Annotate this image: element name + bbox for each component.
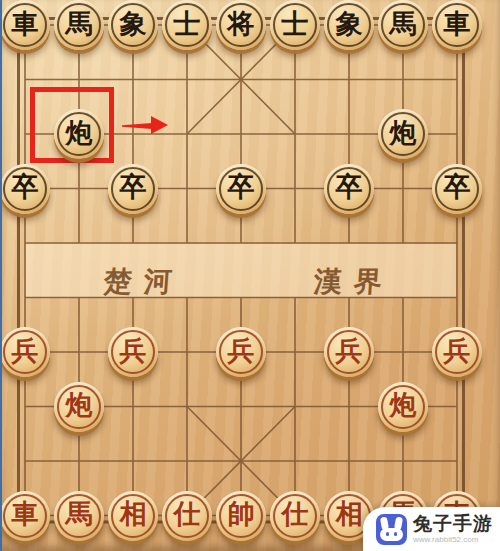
board-cell[interactable]: 兵 <box>214 325 268 380</box>
board-cell[interactable] <box>0 52 52 107</box>
board-cell[interactable] <box>52 434 106 489</box>
piece-black-士[interactable]: 士 <box>270 0 320 50</box>
piece-glyph: 馬 <box>390 11 417 38</box>
piece-red-兵[interactable]: 兵 <box>0 327 50 377</box>
board-cell[interactable]: 兵 <box>0 325 52 380</box>
board-cell[interactable] <box>106 270 160 325</box>
board-cell[interactable]: 兵 <box>322 325 376 380</box>
arrow-head <box>151 116 168 134</box>
board-cell[interactable] <box>106 216 160 271</box>
board-cell[interactable] <box>160 216 214 271</box>
board-cell[interactable] <box>376 325 430 380</box>
board-cell[interactable] <box>430 379 484 434</box>
board-cell[interactable] <box>268 107 322 162</box>
board-cell[interactable] <box>430 434 484 489</box>
board-cell[interactable] <box>430 216 484 271</box>
move-arrow-icon <box>122 114 170 136</box>
xiangqi-board: 楚河 漢界 車馬象士将士象馬車炮炮卒卒卒卒卒兵兵兵兵兵炮炮車馬相仕帥仕相馬車 兔… <box>0 0 500 551</box>
board-cell[interactable] <box>52 325 106 380</box>
piece-glyph: 帥 <box>228 501 255 528</box>
board-cell[interactable] <box>268 52 322 107</box>
piece-glyph: 仕 <box>174 501 201 528</box>
board-cell[interactable] <box>268 216 322 271</box>
board-cell[interactable]: 卒 <box>214 161 268 216</box>
board-cell[interactable] <box>214 379 268 434</box>
board-cell[interactable] <box>376 434 430 489</box>
board-cell[interactable] <box>322 107 376 162</box>
rabbit-icon <box>376 514 407 545</box>
board-cell[interactable]: 象 <box>106 0 160 52</box>
board-cell[interactable]: 炮 <box>52 379 106 434</box>
board-cell[interactable] <box>160 379 214 434</box>
board-cell[interactable]: 象 <box>322 0 376 52</box>
board-cell[interactable]: 士 <box>160 0 214 52</box>
piece-black-卒[interactable]: 卒 <box>324 164 374 214</box>
board-cell[interactable] <box>322 379 376 434</box>
board-cell[interactable] <box>160 434 214 489</box>
piece-black-炮[interactable]: 炮 <box>54 109 104 159</box>
board-cell[interactable]: 卒 <box>0 161 52 216</box>
board-cell[interactable] <box>268 270 322 325</box>
piece-glyph: 車 <box>12 501 39 528</box>
piece-glyph: 卒 <box>12 174 39 201</box>
board-cell[interactable] <box>268 325 322 380</box>
watermark-title: 兔子手游 <box>413 514 493 533</box>
board-cell[interactable] <box>268 379 322 434</box>
board-cell[interactable]: 卒 <box>322 161 376 216</box>
piece-glyph: 士 <box>282 11 309 38</box>
piece-glyph: 相 <box>120 501 147 528</box>
board-cell[interactable] <box>268 161 322 216</box>
board-cell[interactable]: 車 <box>430 0 484 52</box>
piece-glyph: 卒 <box>228 174 255 201</box>
board-cell[interactable] <box>106 434 160 489</box>
board-cell[interactable] <box>160 325 214 380</box>
piece-glyph: 馬 <box>66 11 93 38</box>
piece-glyph: 兵 <box>444 338 471 365</box>
piece-black-卒[interactable]: 卒 <box>216 164 266 214</box>
piece-glyph: 卒 <box>336 174 363 201</box>
piece-glyph: 車 <box>444 11 471 38</box>
piece-red-兵[interactable]: 兵 <box>216 327 266 377</box>
piece-red-帥[interactable]: 帥 <box>216 491 266 541</box>
board-cell[interactable] <box>214 270 268 325</box>
board-cell[interactable] <box>0 216 52 271</box>
piece-glyph: 兵 <box>336 338 363 365</box>
piece-glyph: 将 <box>228 11 255 38</box>
board-cell[interactable]: 馬 <box>52 0 106 52</box>
piece-black-馬[interactable]: 馬 <box>54 0 104 50</box>
board-cell[interactable] <box>430 107 484 162</box>
piece-red-車[interactable]: 車 <box>0 491 50 541</box>
piece-red-炮[interactable]: 炮 <box>54 382 104 432</box>
piece-black-炮[interactable]: 炮 <box>378 109 428 159</box>
board-cell[interactable]: 馬 <box>376 0 430 52</box>
piece-black-象[interactable]: 象 <box>108 0 158 50</box>
board-cell[interactable] <box>52 52 106 107</box>
board-cell[interactable]: 卒 <box>106 161 160 216</box>
piece-glyph: 仕 <box>282 501 309 528</box>
board-cell[interactable]: 炮 <box>376 379 430 434</box>
board-cell[interactable]: 炮 <box>376 107 430 162</box>
board-cell[interactable] <box>160 270 214 325</box>
board-cell[interactable]: 車 <box>0 0 52 52</box>
board-cell[interactable] <box>376 216 430 271</box>
piece-glyph: 兵 <box>228 338 255 365</box>
board-cell[interactable] <box>0 434 52 489</box>
arrow-shaft <box>122 123 152 129</box>
piece-grid: 車馬象士将士象馬車炮炮卒卒卒卒卒兵兵兵兵兵炮炮車馬相仕帥仕相馬車 <box>0 0 484 543</box>
board-cell[interactable] <box>214 216 268 271</box>
board-cell[interactable] <box>214 434 268 489</box>
board-cell[interactable] <box>430 270 484 325</box>
board-cell[interactable] <box>52 216 106 271</box>
board-cell[interactable]: 相 <box>106 488 160 543</box>
board-cell[interactable] <box>268 434 322 489</box>
board-cell[interactable] <box>430 52 484 107</box>
piece-black-馬[interactable]: 馬 <box>378 0 428 50</box>
piece-glyph: 相 <box>336 501 363 528</box>
left-edge-strip <box>0 0 2 551</box>
piece-glyph: 車 <box>12 11 39 38</box>
board-cell[interactable]: 馬 <box>52 488 106 543</box>
watermark-badge: 兔子手游 www.rabbit52.com <box>363 507 500 551</box>
board-cell[interactable] <box>322 434 376 489</box>
piece-red-兵[interactable]: 兵 <box>432 327 482 377</box>
piece-black-士[interactable]: 士 <box>162 0 212 50</box>
board-cell[interactable]: 兵 <box>430 325 484 380</box>
piece-glyph: 炮 <box>66 120 93 147</box>
piece-red-仕[interactable]: 仕 <box>270 491 320 541</box>
piece-black-象[interactable]: 象 <box>324 0 374 50</box>
board-cell[interactable] <box>0 107 52 162</box>
piece-red-馬[interactable]: 馬 <box>54 491 104 541</box>
board-cell[interactable] <box>106 379 160 434</box>
piece-glyph: 炮 <box>390 392 417 419</box>
piece-red-仕[interactable]: 仕 <box>162 491 212 541</box>
piece-black-卒[interactable]: 卒 <box>0 164 50 214</box>
board-cell[interactable] <box>0 379 52 434</box>
board-cell[interactable] <box>214 52 268 107</box>
piece-glyph: 馬 <box>66 501 93 528</box>
piece-glyph: 炮 <box>66 392 93 419</box>
board-cell[interactable]: 炮 <box>52 107 106 162</box>
piece-black-車[interactable]: 車 <box>432 0 482 50</box>
board-cell[interactable] <box>160 52 214 107</box>
piece-glyph: 卒 <box>444 174 471 201</box>
board-cell[interactable] <box>106 52 160 107</box>
board-cell[interactable] <box>376 52 430 107</box>
piece-glyph: 象 <box>336 11 363 38</box>
board-cell[interactable] <box>160 161 214 216</box>
board-cell[interactable] <box>322 270 376 325</box>
board-cell[interactable]: 車 <box>0 488 52 543</box>
board-cell[interactable] <box>322 52 376 107</box>
board-cell[interactable]: 兵 <box>106 325 160 380</box>
board-cell[interactable]: 卒 <box>430 161 484 216</box>
piece-glyph: 兵 <box>12 338 39 365</box>
board-cell[interactable] <box>376 161 430 216</box>
board-cell[interactable] <box>376 270 430 325</box>
board-cell[interactable] <box>322 216 376 271</box>
piece-red-兵[interactable]: 兵 <box>108 327 158 377</box>
board-cell[interactable]: 仕 <box>268 488 322 543</box>
piece-black-卒[interactable]: 卒 <box>432 164 482 214</box>
board-cell[interactable] <box>0 270 52 325</box>
board-cell[interactable]: 帥 <box>214 488 268 543</box>
piece-glyph: 兵 <box>120 338 147 365</box>
piece-glyph: 炮 <box>390 120 417 147</box>
piece-glyph: 卒 <box>120 174 147 201</box>
board-cell[interactable] <box>52 161 106 216</box>
piece-glyph: 士 <box>174 11 201 38</box>
piece-red-兵[interactable]: 兵 <box>324 327 374 377</box>
board-cell[interactable]: 将 <box>214 0 268 52</box>
piece-black-将[interactable]: 将 <box>216 0 266 50</box>
board-cell[interactable] <box>214 107 268 162</box>
piece-red-炮[interactable]: 炮 <box>378 382 428 432</box>
watermark-url: www.rabbit52.com <box>413 536 493 544</box>
piece-glyph: 象 <box>120 11 147 38</box>
piece-black-車[interactable]: 車 <box>0 0 50 50</box>
piece-black-卒[interactable]: 卒 <box>108 164 158 214</box>
board-cell[interactable]: 士 <box>268 0 322 52</box>
board-cell[interactable]: 仕 <box>160 488 214 543</box>
piece-red-相[interactable]: 相 <box>108 491 158 541</box>
board-cell[interactable] <box>52 270 106 325</box>
